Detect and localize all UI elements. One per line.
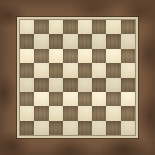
square-h4[interactable] <box>121 78 135 92</box>
square-d4[interactable] <box>63 78 77 92</box>
square-h8[interactable] <box>121 20 135 34</box>
square-h5[interactable] <box>121 63 135 77</box>
square-h7[interactable] <box>121 34 135 48</box>
square-a2[interactable] <box>20 106 34 120</box>
square-b4[interactable] <box>34 78 48 92</box>
square-b6[interactable] <box>34 49 48 63</box>
square-d1[interactable] <box>63 121 77 135</box>
square-f2[interactable] <box>92 106 106 120</box>
square-b8[interactable] <box>34 20 48 34</box>
chess-board <box>20 20 135 135</box>
square-c1[interactable] <box>49 121 63 135</box>
square-e6[interactable] <box>78 49 92 63</box>
square-d3[interactable] <box>63 92 77 106</box>
square-e4[interactable] <box>78 78 92 92</box>
square-e3[interactable] <box>78 92 92 106</box>
square-e2[interactable] <box>78 106 92 120</box>
square-b1[interactable] <box>34 121 48 135</box>
square-g2[interactable] <box>106 106 120 120</box>
square-d5[interactable] <box>63 63 77 77</box>
square-g3[interactable] <box>106 92 120 106</box>
square-a1[interactable] <box>20 121 34 135</box>
square-a5[interactable] <box>20 63 34 77</box>
square-h6[interactable] <box>121 49 135 63</box>
square-f6[interactable] <box>92 49 106 63</box>
square-h2[interactable] <box>121 106 135 120</box>
square-f8[interactable] <box>92 20 106 34</box>
square-d7[interactable] <box>63 34 77 48</box>
square-d2[interactable] <box>63 106 77 120</box>
square-g7[interactable] <box>106 34 120 48</box>
square-h1[interactable] <box>121 121 135 135</box>
square-e5[interactable] <box>78 63 92 77</box>
square-c8[interactable] <box>49 20 63 34</box>
board-inner-seam <box>19 19 136 136</box>
square-h3[interactable] <box>121 92 135 106</box>
square-f4[interactable] <box>92 78 106 92</box>
square-f1[interactable] <box>92 121 106 135</box>
square-g8[interactable] <box>106 20 120 34</box>
square-d6[interactable] <box>63 49 77 63</box>
square-g1[interactable] <box>106 121 120 135</box>
square-c7[interactable] <box>49 34 63 48</box>
chessboard-photo <box>0 0 155 155</box>
square-a3[interactable] <box>20 92 34 106</box>
square-b2[interactable] <box>34 106 48 120</box>
square-c3[interactable] <box>49 92 63 106</box>
square-e7[interactable] <box>78 34 92 48</box>
square-a4[interactable] <box>20 78 34 92</box>
square-a7[interactable] <box>20 34 34 48</box>
square-b7[interactable] <box>34 34 48 48</box>
square-e8[interactable] <box>78 20 92 34</box>
square-a6[interactable] <box>20 49 34 63</box>
square-c5[interactable] <box>49 63 63 77</box>
square-g5[interactable] <box>106 63 120 77</box>
square-b5[interactable] <box>34 63 48 77</box>
square-g4[interactable] <box>106 78 120 92</box>
square-b3[interactable] <box>34 92 48 106</box>
square-a8[interactable] <box>20 20 34 34</box>
board-inlay-border <box>17 17 138 138</box>
square-f7[interactable] <box>92 34 106 48</box>
square-d8[interactable] <box>63 20 77 34</box>
square-c2[interactable] <box>49 106 63 120</box>
square-c4[interactable] <box>49 78 63 92</box>
square-e1[interactable] <box>78 121 92 135</box>
square-f5[interactable] <box>92 63 106 77</box>
square-c6[interactable] <box>49 49 63 63</box>
square-f3[interactable] <box>92 92 106 106</box>
square-g6[interactable] <box>106 49 120 63</box>
